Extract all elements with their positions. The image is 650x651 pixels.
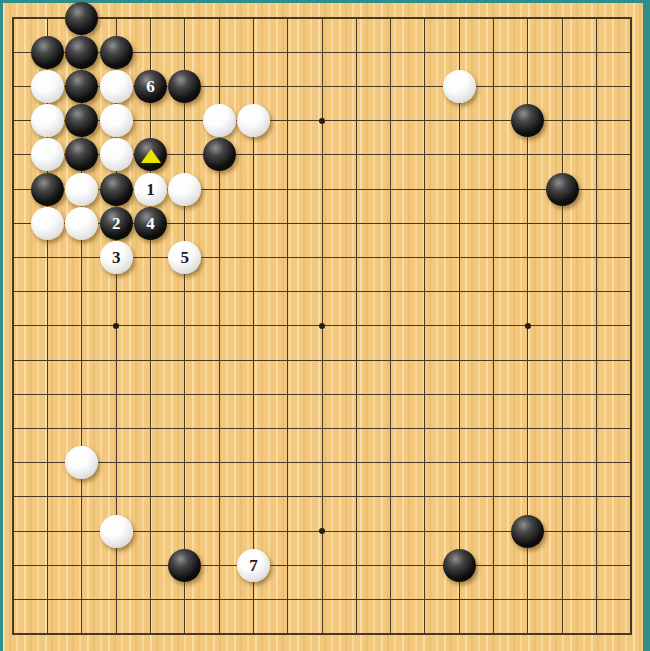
stone-black[interactable] [31, 36, 64, 69]
stone-black[interactable] [168, 549, 201, 582]
move-number-label: 6 [146, 78, 155, 95]
grid-line-vertical [596, 17, 597, 635]
stone-black[interactable]: 4 [134, 207, 167, 240]
stone-white[interactable] [31, 207, 64, 240]
stone-white[interactable]: 5 [168, 241, 201, 274]
stone-white[interactable] [100, 70, 133, 103]
star-point [113, 323, 119, 329]
stone-black[interactable]: 6 [134, 70, 167, 103]
stone-black[interactable] [65, 36, 98, 69]
grid-line-horizontal [12, 599, 631, 600]
star-point [319, 118, 325, 124]
stone-black[interactable] [546, 173, 579, 206]
grid-line-horizontal [12, 428, 631, 429]
stone-black[interactable] [100, 173, 133, 206]
stone-black[interactable] [511, 515, 544, 548]
stone-white[interactable]: 1 [134, 173, 167, 206]
stone-black[interactable] [203, 138, 236, 171]
grid-line-vertical [459, 17, 460, 635]
grid-line-vertical [630, 17, 632, 635]
stone-black[interactable] [168, 70, 201, 103]
move-number-label: 2 [112, 215, 121, 232]
move-number-label: 1 [146, 181, 155, 198]
move-number-label: 7 [249, 557, 258, 574]
star-point [319, 323, 325, 329]
stone-black[interactable] [31, 173, 64, 206]
stone-white[interactable] [443, 70, 476, 103]
go-board-frame: 6124357 [0, 0, 650, 651]
stone-black[interactable] [65, 2, 98, 35]
grid-line-horizontal [12, 394, 631, 395]
star-point [525, 323, 531, 329]
stone-white[interactable]: 3 [100, 241, 133, 274]
move-number-label: 3 [112, 249, 121, 266]
stone-white[interactable] [203, 104, 236, 137]
grid-line-vertical [493, 17, 494, 635]
stone-white[interactable] [237, 104, 270, 137]
grid-line-vertical [390, 17, 391, 635]
star-point [319, 528, 325, 534]
stone-white[interactable] [100, 104, 133, 137]
stone-black[interactable] [100, 36, 133, 69]
stone-white[interactable] [31, 70, 64, 103]
stone-white[interactable] [31, 104, 64, 137]
stone-black[interactable] [443, 549, 476, 582]
stone-white[interactable] [65, 207, 98, 240]
grid-line-horizontal [12, 565, 631, 566]
grid-line-vertical [562, 17, 563, 635]
grid-line-horizontal [12, 496, 631, 497]
triangle-marker-icon [141, 149, 161, 163]
move-number-label: 5 [181, 249, 190, 266]
grid-line-vertical [356, 17, 357, 635]
stone-black[interactable]: 2 [100, 207, 133, 240]
grid-line-horizontal [12, 462, 631, 463]
stone-white[interactable] [65, 173, 98, 206]
stone-white[interactable] [100, 138, 133, 171]
stone-white[interactable]: 7 [237, 549, 270, 582]
stone-white[interactable] [100, 515, 133, 548]
grid-line-vertical [424, 17, 425, 635]
move-number-label: 4 [146, 215, 155, 232]
stone-white[interactable] [168, 173, 201, 206]
grid-line-horizontal [12, 360, 631, 361]
grid-line-horizontal [12, 633, 631, 635]
